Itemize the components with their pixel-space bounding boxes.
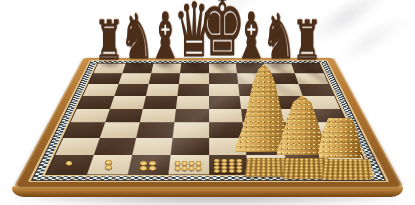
square-c2[interactable]	[131, 138, 171, 155]
square-a2[interactable]	[55, 138, 99, 155]
square-c6[interactable]	[145, 84, 178, 96]
square-a6[interactable]	[82, 84, 117, 96]
piece-rook-h8[interactable]: ♜	[292, 14, 322, 68]
square-c4[interactable]	[139, 108, 175, 122]
square-e5[interactable]	[208, 95, 241, 108]
grain-pile-d1[interactable]	[174, 161, 202, 171]
square-h6[interactable]	[298, 84, 333, 96]
square-d4[interactable]	[173, 108, 208, 122]
square-b6[interactable]	[114, 84, 148, 96]
square-c7[interactable]	[148, 73, 179, 84]
grain-pile-a1[interactable]	[65, 161, 73, 166]
square-b2[interactable]	[93, 138, 135, 155]
square-h7[interactable]	[294, 73, 328, 84]
square-a5[interactable]	[77, 95, 114, 108]
square-d3[interactable]	[172, 122, 208, 138]
grain-pile-b1[interactable]	[104, 160, 113, 170]
square-c5[interactable]	[142, 95, 176, 108]
background-cast-shadow	[334, 9, 415, 68]
grain-pile-e1[interactable]	[213, 159, 243, 173]
square-d5[interactable]	[175, 95, 208, 108]
square-e6[interactable]	[208, 84, 239, 96]
square-e4[interactable]	[208, 108, 243, 122]
square-d6[interactable]	[177, 84, 208, 96]
square-b3[interactable]	[99, 122, 139, 138]
grain-layer-h1[interactable]	[322, 159, 372, 179]
square-d2[interactable]	[170, 138, 208, 155]
square-a3[interactable]	[63, 122, 105, 138]
square-b7[interactable]	[118, 73, 151, 84]
square-e3[interactable]	[208, 122, 244, 138]
square-a7[interactable]	[88, 73, 122, 84]
square-b5[interactable]	[109, 95, 145, 108]
square-b4[interactable]	[104, 108, 142, 122]
square-a4[interactable]	[70, 108, 109, 122]
grain-pile-c1[interactable]	[139, 161, 157, 171]
square-c3[interactable]	[135, 122, 173, 138]
chessboard-scene: ♜ ♞ ♝ ♛ ♚ ♝ ♞ ♜	[0, 0, 415, 205]
